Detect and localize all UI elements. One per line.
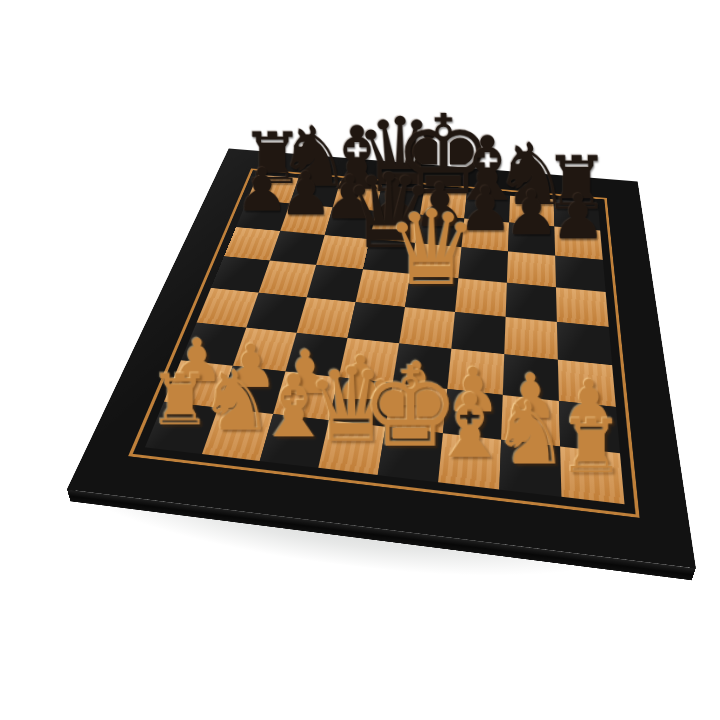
square-g5[interactable] xyxy=(506,283,557,322)
piece-black-pawn-h7[interactable]: ♟ xyxy=(550,189,606,246)
square-d4[interactable] xyxy=(348,302,405,343)
perspective-scene: ♜♞♝♛♚♝♞♜♟♟♟♟♟♟♟♟♛♛♟♟♟♟♟♟♟♟♜♞♝♛♚♝♞♜ xyxy=(0,0,720,720)
square-g1[interactable]: ♞ xyxy=(499,440,561,497)
board-squares: ♜♞♝♛♚♝♞♜♟♟♟♟♟♟♟♟♛♛♟♟♟♟♟♟♟♟♜♞♝♛♚♝♞♜ xyxy=(145,175,624,505)
square-g7[interactable]: ♟ xyxy=(508,222,555,255)
board-right-edge xyxy=(635,182,695,581)
square-h1[interactable]: ♜ xyxy=(560,446,624,504)
square-h5[interactable] xyxy=(556,287,609,327)
square-c4[interactable] xyxy=(297,297,356,338)
piece-white-rook-h1[interactable]: ♜ xyxy=(558,412,625,480)
square-e5[interactable]: ♛ xyxy=(405,274,458,312)
square-c5[interactable] xyxy=(307,265,363,302)
square-h7[interactable]: ♟ xyxy=(554,226,602,260)
photo-stage: ♜♞♝♛♚♝♞♜♟♟♟♟♟♟♟♟♛♛♟♟♟♟♟♟♟♟♜♞♝♛♚♝♞♜ xyxy=(0,0,720,720)
square-g4[interactable] xyxy=(504,317,558,360)
piece-white-queen-e5[interactable]: ♛ xyxy=(385,201,478,296)
chessboard: ♜♞♝♛♚♝♞♜♟♟♟♟♟♟♟♟♛♛♟♟♟♟♟♟♟♟♜♞♝♛♚♝♞♜ xyxy=(67,149,696,569)
